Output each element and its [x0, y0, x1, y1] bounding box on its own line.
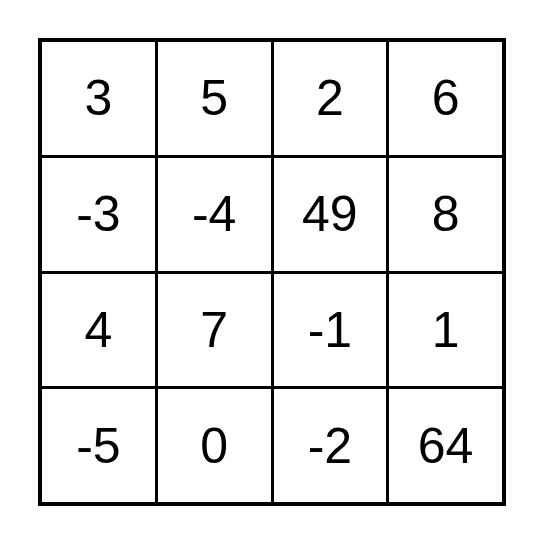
grid-cell-r2c2: -4 [158, 158, 271, 271]
grid-cell-r3c1: 4 [42, 274, 155, 387]
grid-cell-r3c4: 1 [389, 274, 502, 387]
grid-cell-r4c2: 0 [158, 389, 271, 502]
grid-cell-r4c4: 64 [389, 389, 502, 502]
grid-cell-r1c4: 6 [389, 42, 502, 155]
grid-cell-r2c3: 49 [274, 158, 387, 271]
grid-cell-r2c1: -3 [42, 158, 155, 271]
page-background: 3 5 2 6 -3 -4 49 8 4 7 -1 1 -5 0 -2 64 [0, 0, 544, 544]
number-grid-board: 3 5 2 6 -3 -4 49 8 4 7 -1 1 -5 0 -2 64 [38, 38, 506, 506]
grid-cell-r4c1: -5 [42, 389, 155, 502]
grid-cell-r1c2: 5 [158, 42, 271, 155]
grid-cell-r3c3: -1 [274, 274, 387, 387]
grid-cell-r4c3: -2 [274, 389, 387, 502]
grid-cell-r1c1: 3 [42, 42, 155, 155]
grid-cell-r3c2: 7 [158, 274, 271, 387]
grid-cell-r1c3: 2 [274, 42, 387, 155]
grid-cell-r2c4: 8 [389, 158, 502, 271]
